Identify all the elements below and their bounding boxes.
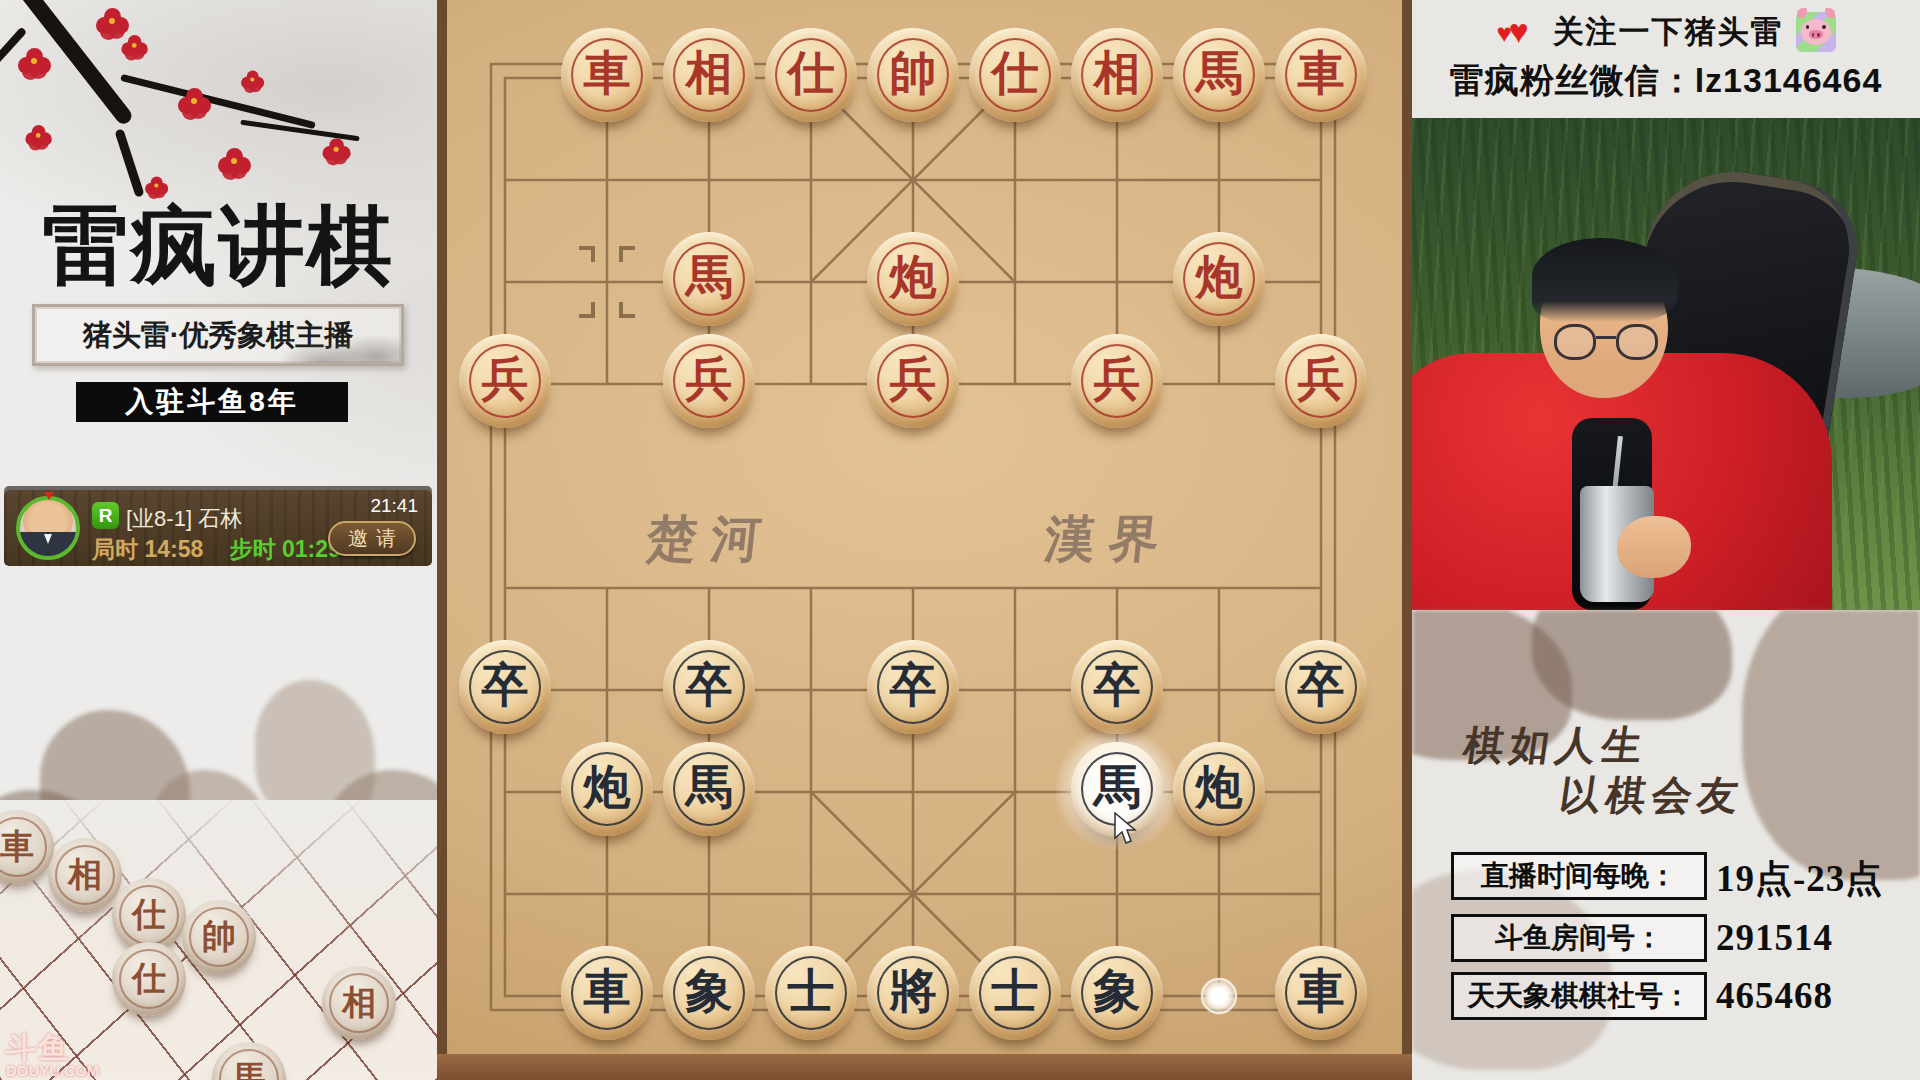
piece-red-馬-22[interactable]: 馬 xyxy=(663,232,755,326)
piece-black-士-59[interactable]: 士 xyxy=(969,946,1061,1040)
piece-red-車-80[interactable]: 車 xyxy=(1275,28,1367,122)
wechat-id-text: 雷疯粉丝微信：lz13146464 xyxy=(1412,58,1920,104)
right-stream-panel: ♥ ♥ 关注一下猪头雷 雷疯粉丝微信：lz13146464 xyxy=(1412,0,1920,1080)
piece-red-仕-50[interactable]: 仕 xyxy=(969,28,1061,122)
watermark-logo-text: 斗鱼 xyxy=(6,1033,99,1063)
opponent-player-card: R [业8-1] 石林 局时 14:58 步时 01:29 21:41 邀请 xyxy=(4,490,432,566)
avatar-turn-marker xyxy=(44,492,54,500)
piece-black-將-49[interactable]: 將 xyxy=(867,946,959,1040)
photo-piece-相: 相 xyxy=(48,838,122,912)
streamer-hair xyxy=(1532,238,1678,322)
piece-red-馬-70[interactable]: 馬 xyxy=(1173,28,1265,122)
piece-red-相-20[interactable]: 相 xyxy=(663,28,755,122)
club-value: 465468 xyxy=(1716,974,1833,1017)
piece-black-馬-27[interactable]: 馬 xyxy=(663,742,755,836)
piece-red-車-10[interactable]: 車 xyxy=(561,28,653,122)
schedule-label: 直播时间每晚： xyxy=(1451,852,1707,900)
player-timers: 局时 14:58 步时 01:29 xyxy=(92,534,341,565)
piece-red-炮-42[interactable]: 炮 xyxy=(867,232,959,326)
streamer-subtitle-frame: 猪头雷·优秀象棋主播 xyxy=(32,304,404,366)
photo-piece-馬: 馬 xyxy=(212,1042,286,1080)
motto-line-2: 以棋会友 xyxy=(1556,768,1748,823)
stream-layout: 雷疯讲棋 猪头雷·优秀象棋主播 入驻斗鱼8年 R [业8-1] 石林 局时 14… xyxy=(0,0,1920,1080)
piece-black-象-29[interactable]: 象 xyxy=(663,946,755,1040)
piece-black-卒-86[interactable]: 卒 xyxy=(1275,640,1367,734)
piece-black-卒-46[interactable]: 卒 xyxy=(867,640,959,734)
xiangqi-board[interactable]: 楚河 漢界 車相仕帥仕相馬車馬炮炮兵兵兵兵兵卒卒卒卒卒炮馬馬炮車象士將士象車 xyxy=(437,0,1412,1080)
douyu-years-banner: 入驻斗鱼8年 xyxy=(76,382,348,422)
piece-red-兵-03[interactable]: 兵 xyxy=(459,334,551,428)
piece-black-炮-77[interactable]: 炮 xyxy=(1173,742,1265,836)
piece-black-卒-26[interactable]: 卒 xyxy=(663,640,755,734)
follow-text: 关注一下猪头雷 xyxy=(1553,11,1784,53)
streamer-webcam xyxy=(1412,118,1920,610)
promo-section: 棋如人生 以棋会友 直播时间每晚： 19点-23点 斗鱼房间号： 291514 … xyxy=(1412,610,1920,1080)
move-time: 步时 01:29 xyxy=(230,536,341,562)
player-name: [业8-1] 石林 xyxy=(126,504,242,534)
piece-red-兵-83[interactable]: 兵 xyxy=(1275,334,1367,428)
invite-button[interactable]: 邀请 xyxy=(328,521,416,556)
pig-emoji-icon xyxy=(1796,12,1836,52)
follow-line: ♥ ♥ 关注一下猪头雷 xyxy=(1412,10,1920,54)
douyu-watermark: 斗鱼 DOUYU.COM xyxy=(6,1033,99,1078)
wall-clock: 21:41 xyxy=(370,495,418,517)
piece-red-炮-72[interactable]: 炮 xyxy=(1173,232,1265,326)
rank-badge-icon: R xyxy=(92,502,119,529)
piece-red-兵-23[interactable]: 兵 xyxy=(663,334,755,428)
info-row-schedule: 直播时间每晚： 19点-23点 xyxy=(1412,852,1920,902)
game-time: 局时 14:58 xyxy=(92,536,203,562)
last-move-origin-dot xyxy=(1199,976,1239,1016)
streamer-subtitle: 猪头雷·优秀象棋主播 xyxy=(35,307,401,363)
room-value: 291514 xyxy=(1716,916,1833,959)
piece-red-帥-40[interactable]: 帥 xyxy=(867,28,959,122)
piece-black-車-19[interactable]: 車 xyxy=(561,946,653,1040)
stream-title: 雷疯讲棋 xyxy=(0,188,437,305)
player-avatar[interactable] xyxy=(16,496,80,560)
piece-black-卒-06[interactable]: 卒 xyxy=(459,640,551,734)
piece-black-象-69[interactable]: 象 xyxy=(1071,946,1163,1040)
streamer-person xyxy=(1412,118,1920,610)
room-label: 斗鱼房间号： xyxy=(1451,914,1707,962)
schedule-value: 19点-23点 xyxy=(1716,854,1883,904)
piece-black-卒-66[interactable]: 卒 xyxy=(1071,640,1163,734)
left-info-panel: 雷疯讲棋 猪头雷·优秀象棋主播 入驻斗鱼8年 R [业8-1] 石林 局时 14… xyxy=(0,0,437,1080)
motto-line-1: 棋如人生 xyxy=(1460,718,1652,773)
piece-black-士-39[interactable]: 士 xyxy=(765,946,857,1040)
double-heart-icon: ♥ ♥ xyxy=(1497,14,1541,50)
piece-red-相-60[interactable]: 相 xyxy=(1071,28,1163,122)
photo-piece-仕: 仕 xyxy=(112,942,186,1016)
board-grid-lines xyxy=(437,0,1412,1080)
watermark-domain: DOUYU.COM xyxy=(6,1063,99,1078)
glasses-icon xyxy=(1554,324,1658,364)
piece-black-車-89[interactable]: 車 xyxy=(1275,946,1367,1040)
info-row-club: 天天象棋棋社号： 465468 xyxy=(1412,972,1920,1022)
plum-blossom-art xyxy=(0,0,437,200)
photo-piece-仕: 仕 xyxy=(112,878,186,952)
follow-strip: ♥ ♥ 关注一下猪头雷 雷疯粉丝微信：lz13146464 xyxy=(1412,0,1920,118)
club-label: 天天象棋棋社号： xyxy=(1451,972,1707,1020)
photo-piece-帥: 帥 xyxy=(182,900,256,974)
piece-black-炮-17[interactable]: 炮 xyxy=(561,742,653,836)
info-row-room: 斗鱼房间号： 291514 xyxy=(1412,914,1920,964)
piece-red-兵-63[interactable]: 兵 xyxy=(1071,334,1163,428)
mouse-cursor xyxy=(1113,812,1143,846)
piece-red-兵-43[interactable]: 兵 xyxy=(867,334,959,428)
photo-piece-相: 相 xyxy=(322,966,396,1040)
photo-piece-車: 車 xyxy=(0,810,54,884)
piece-red-仕-30[interactable]: 仕 xyxy=(765,28,857,122)
streamer-hand xyxy=(1617,516,1691,578)
